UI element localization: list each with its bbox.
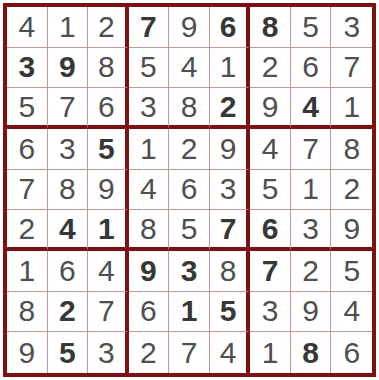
cell-r6c5[interactable]: 5 bbox=[169, 210, 210, 251]
cell-r7c1[interactable]: 1 bbox=[7, 251, 48, 292]
cell-r9c4[interactable]: 2 bbox=[129, 332, 170, 373]
cell-r2c7[interactable]: 2 bbox=[250, 48, 291, 89]
cell-r4c6[interactable]: 9 bbox=[210, 129, 251, 170]
cell-r8c5[interactable]: 1 bbox=[169, 292, 210, 333]
cell-r5c1[interactable]: 7 bbox=[7, 170, 48, 211]
cell-r5c8[interactable]: 1 bbox=[291, 170, 332, 211]
cell-r6c4[interactable]: 8 bbox=[129, 210, 170, 251]
cell-r1c5[interactable]: 9 bbox=[169, 7, 210, 48]
cell-r9c8[interactable]: 8 bbox=[291, 332, 332, 373]
cell-r4c4[interactable]: 1 bbox=[129, 129, 170, 170]
cell-r8c2[interactable]: 2 bbox=[48, 292, 89, 333]
cell-r1c4[interactable]: 7 bbox=[129, 7, 170, 48]
cell-r7c5[interactable]: 3 bbox=[169, 251, 210, 292]
cell-r1c2[interactable]: 1 bbox=[48, 7, 89, 48]
cell-r2c1[interactable]: 3 bbox=[7, 48, 48, 89]
cell-r7c4[interactable]: 9 bbox=[129, 251, 170, 292]
cell-r3c8[interactable]: 4 bbox=[291, 88, 332, 129]
cell-r6c6[interactable]: 7 bbox=[210, 210, 251, 251]
cell-r3c7[interactable]: 9 bbox=[250, 88, 291, 129]
cell-r2c4[interactable]: 5 bbox=[129, 48, 170, 89]
cell-r8c7[interactable]: 3 bbox=[250, 292, 291, 333]
cell-r9c3[interactable]: 3 bbox=[88, 332, 129, 373]
cell-r4c8[interactable]: 7 bbox=[291, 129, 332, 170]
cell-r6c7[interactable]: 6 bbox=[250, 210, 291, 251]
cell-r1c6[interactable]: 6 bbox=[210, 7, 251, 48]
cell-r1c7[interactable]: 8 bbox=[250, 7, 291, 48]
cell-r7c6[interactable]: 8 bbox=[210, 251, 251, 292]
cell-r6c3[interactable]: 1 bbox=[88, 210, 129, 251]
cell-r2c9[interactable]: 7 bbox=[331, 48, 372, 89]
cell-r5c4[interactable]: 4 bbox=[129, 170, 170, 211]
cell-r5c7[interactable]: 5 bbox=[250, 170, 291, 211]
cell-r6c8[interactable]: 3 bbox=[291, 210, 332, 251]
cell-r7c2[interactable]: 6 bbox=[48, 251, 89, 292]
cell-r6c2[interactable]: 4 bbox=[48, 210, 89, 251]
cell-r2c6[interactable]: 1 bbox=[210, 48, 251, 89]
cell-r7c9[interactable]: 5 bbox=[331, 251, 372, 292]
cell-r2c3[interactable]: 8 bbox=[88, 48, 129, 89]
cell-r4c9[interactable]: 8 bbox=[331, 129, 372, 170]
cell-r9c9[interactable]: 6 bbox=[331, 332, 372, 373]
cell-r9c6[interactable]: 4 bbox=[210, 332, 251, 373]
sudoku-board: 4127968533985412675763829416351294787894… bbox=[3, 3, 376, 377]
cell-r2c5[interactable]: 4 bbox=[169, 48, 210, 89]
cell-r4c7[interactable]: 4 bbox=[250, 129, 291, 170]
cell-r1c1[interactable]: 4 bbox=[7, 7, 48, 48]
cell-r8c1[interactable]: 8 bbox=[7, 292, 48, 333]
cell-r3c4[interactable]: 3 bbox=[129, 88, 170, 129]
cell-r3c5[interactable]: 8 bbox=[169, 88, 210, 129]
cell-r9c5[interactable]: 7 bbox=[169, 332, 210, 373]
cell-r3c3[interactable]: 6 bbox=[88, 88, 129, 129]
cell-r3c2[interactable]: 7 bbox=[48, 88, 89, 129]
cell-r5c2[interactable]: 8 bbox=[48, 170, 89, 211]
cell-r9c1[interactable]: 9 bbox=[7, 332, 48, 373]
cell-r1c9[interactable]: 3 bbox=[331, 7, 372, 48]
cell-r8c9[interactable]: 4 bbox=[331, 292, 372, 333]
cell-r4c5[interactable]: 2 bbox=[169, 129, 210, 170]
cell-r5c9[interactable]: 2 bbox=[331, 170, 372, 211]
cell-r9c7[interactable]: 1 bbox=[250, 332, 291, 373]
cell-r2c2[interactable]: 9 bbox=[48, 48, 89, 89]
cell-r4c3[interactable]: 5 bbox=[88, 129, 129, 170]
cell-r8c4[interactable]: 6 bbox=[129, 292, 170, 333]
cell-r5c3[interactable]: 9 bbox=[88, 170, 129, 211]
cell-r8c8[interactable]: 9 bbox=[291, 292, 332, 333]
cell-r3c1[interactable]: 5 bbox=[7, 88, 48, 129]
cell-r5c6[interactable]: 3 bbox=[210, 170, 251, 211]
sudoku-page: 4127968533985412675763829416351294787894… bbox=[0, 0, 379, 380]
cell-r6c1[interactable]: 2 bbox=[7, 210, 48, 251]
cell-r1c8[interactable]: 5 bbox=[291, 7, 332, 48]
cell-r2c8[interactable]: 6 bbox=[291, 48, 332, 89]
cell-r4c2[interactable]: 3 bbox=[48, 129, 89, 170]
cell-r5c5[interactable]: 6 bbox=[169, 170, 210, 211]
cell-r7c7[interactable]: 7 bbox=[250, 251, 291, 292]
cell-r8c6[interactable]: 5 bbox=[210, 292, 251, 333]
cell-r7c3[interactable]: 4 bbox=[88, 251, 129, 292]
cell-r6c9[interactable]: 9 bbox=[331, 210, 372, 251]
cell-r3c9[interactable]: 1 bbox=[331, 88, 372, 129]
cell-r7c8[interactable]: 2 bbox=[291, 251, 332, 292]
cell-r3c6[interactable]: 2 bbox=[210, 88, 251, 129]
cell-r9c2[interactable]: 5 bbox=[48, 332, 89, 373]
cell-r1c3[interactable]: 2 bbox=[88, 7, 129, 48]
cell-r8c3[interactable]: 7 bbox=[88, 292, 129, 333]
cell-r4c1[interactable]: 6 bbox=[7, 129, 48, 170]
